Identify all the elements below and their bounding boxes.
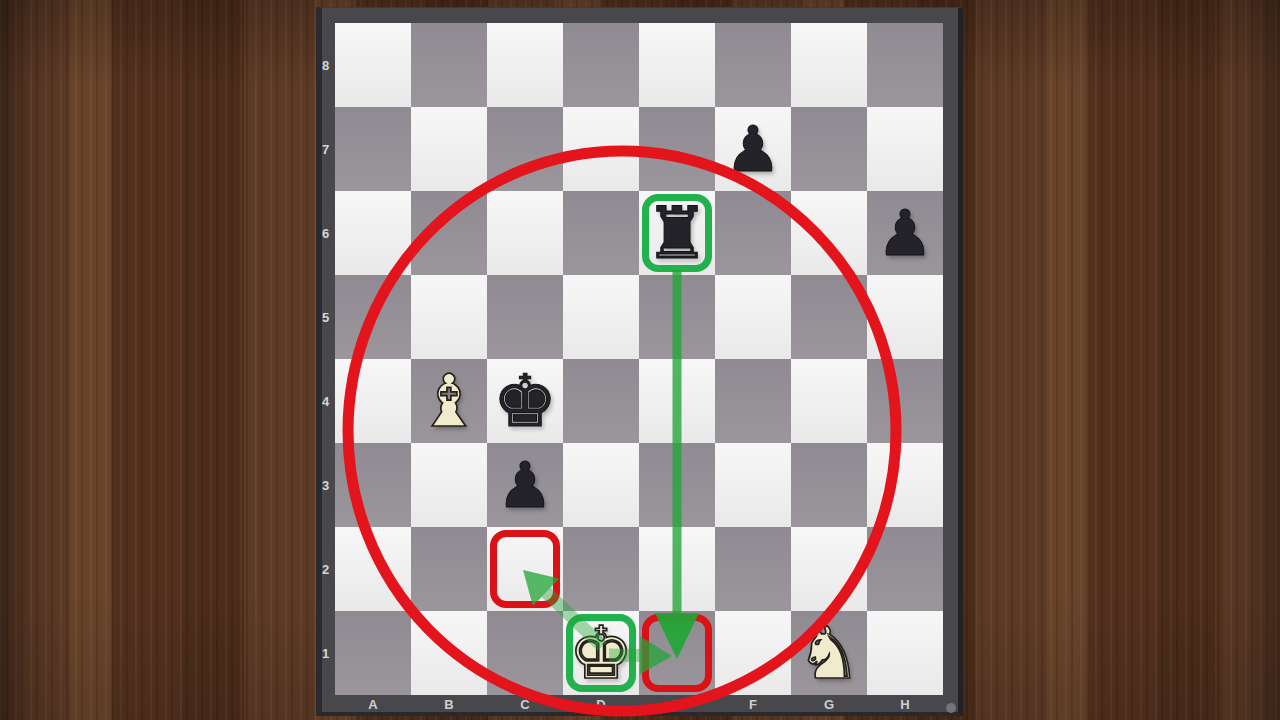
square-d6[interactable]	[563, 191, 639, 275]
square-g1[interactable]: ♞	[791, 611, 867, 695]
square-h4[interactable]	[867, 359, 943, 443]
square-e7[interactable]	[639, 107, 715, 191]
square-a3[interactable]	[335, 443, 411, 527]
square-b3[interactable]	[411, 443, 487, 527]
square-c5[interactable]	[487, 275, 563, 359]
square-f8[interactable]	[715, 23, 791, 107]
square-g6[interactable]	[791, 191, 867, 275]
square-e2[interactable]	[639, 527, 715, 611]
square-a1[interactable]	[335, 611, 411, 695]
square-e8[interactable]	[639, 23, 715, 107]
square-a8[interactable]	[335, 23, 411, 107]
file-label-C: C	[487, 695, 563, 714]
square-e6[interactable]: ♜	[639, 191, 715, 275]
file-label-G: G	[791, 695, 867, 714]
square-b6[interactable]	[411, 191, 487, 275]
square-c4[interactable]: ♚	[487, 359, 563, 443]
square-c2[interactable]	[487, 527, 563, 611]
rank-label-6: 6	[316, 191, 335, 275]
rank-label-8: 8	[316, 23, 335, 107]
square-f2[interactable]	[715, 527, 791, 611]
square-f1[interactable]	[715, 611, 791, 695]
piece-black-rook-e6[interactable]: ♜	[639, 191, 715, 275]
red-highlight-c2	[490, 530, 560, 608]
square-a7[interactable]	[335, 107, 411, 191]
square-h5[interactable]	[867, 275, 943, 359]
square-c6[interactable]	[487, 191, 563, 275]
square-b1[interactable]	[411, 611, 487, 695]
rank-label-1: 1	[316, 611, 335, 695]
rank-label-4: 4	[316, 359, 335, 443]
square-b2[interactable]	[411, 527, 487, 611]
square-d1[interactable]: ♚	[563, 611, 639, 695]
square-a4[interactable]	[335, 359, 411, 443]
square-e5[interactable]	[639, 275, 715, 359]
square-g4[interactable]	[791, 359, 867, 443]
square-h1[interactable]	[867, 611, 943, 695]
square-a5[interactable]	[335, 275, 411, 359]
square-b5[interactable]	[411, 275, 487, 359]
square-f4[interactable]	[715, 359, 791, 443]
square-c1[interactable]	[487, 611, 563, 695]
piece-white-bishop-b4[interactable]: ♝	[411, 359, 487, 443]
file-label-B: B	[411, 695, 487, 714]
square-h7[interactable]	[867, 107, 943, 191]
square-a2[interactable]	[335, 527, 411, 611]
red-highlight-e1	[642, 614, 712, 692]
square-d7[interactable]	[563, 107, 639, 191]
square-b7[interactable]	[411, 107, 487, 191]
square-d3[interactable]	[563, 443, 639, 527]
square-b8[interactable]	[411, 23, 487, 107]
square-f3[interactable]	[715, 443, 791, 527]
square-c7[interactable]	[487, 107, 563, 191]
square-h8[interactable]	[867, 23, 943, 107]
square-d8[interactable]	[563, 23, 639, 107]
square-e3[interactable]	[639, 443, 715, 527]
rank-label-5: 5	[316, 275, 335, 359]
chess-board[interactable]: ♟♜♟♝♚♟♚♞	[335, 23, 943, 695]
square-f7[interactable]: ♟	[715, 107, 791, 191]
square-g5[interactable]	[791, 275, 867, 359]
piece-black-pawn-h6[interactable]: ♟	[867, 191, 943, 275]
board-frame: 87654321 ♟♜♟♝♚♟♚♞ ABCDEFGH	[316, 7, 963, 716]
file-label-D: D	[563, 695, 639, 714]
piece-white-king-d1[interactable]: ♚	[563, 611, 639, 695]
square-b4[interactable]: ♝	[411, 359, 487, 443]
square-d2[interactable]	[563, 527, 639, 611]
square-c3[interactable]: ♟	[487, 443, 563, 527]
square-g2[interactable]	[791, 527, 867, 611]
file-labels: ABCDEFGH	[335, 695, 943, 714]
square-e1[interactable]	[639, 611, 715, 695]
file-label-A: A	[335, 695, 411, 714]
rank-labels: 87654321	[316, 23, 335, 695]
square-h6[interactable]: ♟	[867, 191, 943, 275]
square-f5[interactable]	[715, 275, 791, 359]
file-label-F: F	[715, 695, 791, 714]
square-d5[interactable]	[563, 275, 639, 359]
square-h2[interactable]	[867, 527, 943, 611]
square-g3[interactable]	[791, 443, 867, 527]
square-c8[interactable]	[487, 23, 563, 107]
piece-black-king-c4[interactable]: ♚	[487, 359, 563, 443]
file-label-E: E	[639, 695, 715, 714]
frame-corner-dot	[946, 703, 956, 713]
rank-label-2: 2	[316, 527, 335, 611]
square-f6[interactable]	[715, 191, 791, 275]
rank-label-7: 7	[316, 107, 335, 191]
square-g7[interactable]	[791, 107, 867, 191]
square-d4[interactable]	[563, 359, 639, 443]
piece-black-pawn-f7[interactable]: ♟	[715, 107, 791, 191]
square-h3[interactable]	[867, 443, 943, 527]
piece-black-pawn-c3[interactable]: ♟	[487, 443, 563, 527]
piece-white-knight-g1[interactable]: ♞	[791, 611, 867, 695]
file-label-H: H	[867, 695, 943, 714]
square-a6[interactable]	[335, 191, 411, 275]
square-e4[interactable]	[639, 359, 715, 443]
square-g8[interactable]	[791, 23, 867, 107]
rank-label-3: 3	[316, 443, 335, 527]
